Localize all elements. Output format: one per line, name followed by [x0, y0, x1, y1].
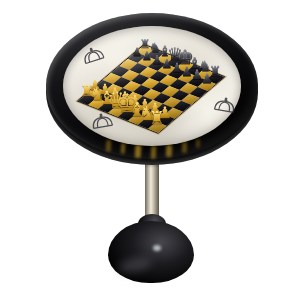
chess-table-photo: ♜♞♝♛♚♝♞♜♟♟♟♟♟♟♟♟♟♟♟♟♟♟♟♟♜♞♝♛♚♝♞♜ — [0, 0, 300, 300]
rim-reflection — [166, 145, 173, 157]
rim-reflection — [151, 146, 157, 159]
base-dome — [108, 221, 194, 283]
black-pawn-b7[interactable]: ♟ — [141, 50, 152, 62]
rim-reflection — [106, 140, 112, 152]
rim-reflection — [135, 145, 142, 158]
base-specular-highlight — [153, 245, 161, 251]
black-pawn-h7[interactable]: ♟ — [200, 72, 212, 86]
rim-reflection — [182, 142, 188, 153]
white-rook-h1[interactable]: ♜ — [149, 110, 165, 128]
black-pawn-a7[interactable]: ♟ — [131, 46, 142, 58]
rim-reflection — [121, 143, 126, 154]
rim-reflection — [196, 139, 200, 148]
